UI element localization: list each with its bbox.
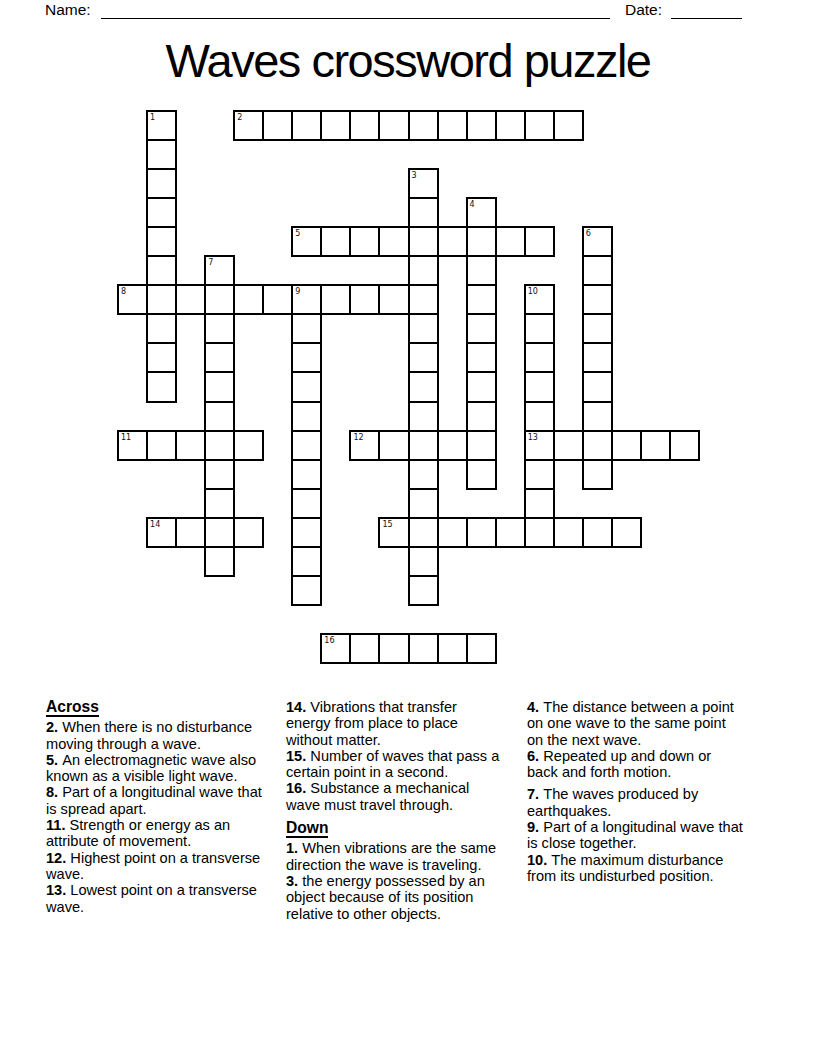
cell-r0c8[interactable] [349, 110, 380, 141]
cell-r18c9[interactable] [378, 633, 409, 664]
cell-r0c9[interactable] [378, 110, 409, 141]
cell-r12c6[interactable] [291, 459, 322, 490]
cell-r8c14[interactable] [524, 342, 555, 373]
clue-down-3: 3. the energy possessed by an object bec… [286, 873, 505, 922]
across-header: Across [46, 699, 265, 715]
name-label: Name: [45, 1, 91, 19]
clue-number-7: 7 [208, 258, 213, 267]
cell-r16c6[interactable] [291, 575, 322, 606]
clue-number-12: 12 [353, 433, 363, 442]
cell-r14c10[interactable] [408, 517, 439, 548]
cell-r0c15[interactable] [553, 110, 584, 141]
cell-r10c12[interactable] [466, 401, 497, 432]
cell-r13c3[interactable] [204, 488, 235, 519]
clues-column-3: 4. The distance between a point on one w… [527, 699, 746, 884]
cell-r11c4[interactable] [233, 430, 264, 461]
crossword-grid: 12345678910111213141516 [117, 110, 701, 665]
cell-r14c12[interactable] [466, 517, 497, 548]
cell-r11c12[interactable] [466, 430, 497, 461]
cell-r11c2[interactable] [175, 430, 206, 461]
cell-r3c10[interactable] [408, 197, 439, 228]
cell-r14c9[interactable]: 15 [378, 517, 409, 548]
cell-r0c13[interactable] [495, 110, 526, 141]
clue-number-3: 3 [412, 171, 417, 180]
cell-r9c16[interactable] [582, 371, 613, 402]
cell-r11c11[interactable] [437, 430, 468, 461]
name-line[interactable] [101, 0, 610, 19]
cell-r18c8[interactable] [349, 633, 380, 664]
cell-r0c11[interactable] [437, 110, 468, 141]
cell-r0c10[interactable] [408, 110, 439, 141]
cell-r13c10[interactable] [408, 488, 439, 519]
clue-number-13: 13 [528, 433, 538, 442]
date-line[interactable] [671, 0, 742, 19]
cell-r12c14[interactable] [524, 459, 555, 490]
cell-r0c7[interactable] [320, 110, 351, 141]
clue-across-5: 5. An electromagnetic wave also known as… [46, 752, 265, 785]
cell-r11c16[interactable] [582, 430, 613, 461]
cell-r9c6[interactable] [291, 371, 322, 402]
cell-r8c12[interactable] [466, 342, 497, 373]
cell-r9c3[interactable] [204, 371, 235, 402]
cell-r11c9[interactable] [378, 430, 409, 461]
cell-r18c7[interactable]: 16 [320, 633, 351, 664]
cell-r10c3[interactable] [204, 401, 235, 432]
cell-r10c14[interactable] [524, 401, 555, 432]
cell-r14c16[interactable] [582, 517, 613, 548]
cell-r4c7[interactable] [320, 226, 351, 257]
cell-r13c14[interactable] [524, 488, 555, 519]
cell-r14c1[interactable]: 14 [146, 517, 177, 548]
clue-down-9: 9. Part of a longitudinal wave that is c… [527, 819, 746, 852]
cell-r6c7[interactable] [320, 284, 351, 315]
cell-r18c12[interactable] [466, 633, 497, 664]
clue-down-10: 10. The maximum disturbance from its und… [527, 852, 746, 885]
clue-number-14: 14 [150, 520, 160, 529]
cell-r3c12[interactable]: 4 [466, 197, 497, 228]
cell-r14c13[interactable] [495, 517, 526, 548]
clue-down-6: 6. Repeated up and down or back and fort… [527, 748, 746, 781]
cell-r4c13[interactable] [495, 226, 526, 257]
cell-r11c14[interactable]: 13 [524, 430, 555, 461]
clue-down-1: 1. When vibrations are the same directio… [286, 840, 505, 873]
cell-r8c16[interactable] [582, 342, 613, 373]
cell-r4c12[interactable] [466, 226, 497, 257]
cell-r6c14[interactable]: 10 [524, 284, 555, 315]
cell-r15c6[interactable] [291, 546, 322, 577]
cell-r10c10[interactable] [408, 401, 439, 432]
down-header: Down [286, 820, 505, 836]
cell-r14c17[interactable] [611, 517, 642, 548]
clue-number-5: 5 [295, 229, 300, 238]
clue-across-12: 12. Highest point on a transverse wave. [46, 850, 265, 883]
cell-r7c6[interactable] [291, 313, 322, 344]
cell-r10c16[interactable] [582, 401, 613, 432]
cell-r6c12[interactable] [466, 284, 497, 315]
cell-r11c19[interactable] [669, 430, 700, 461]
cell-r2c1[interactable] [146, 168, 177, 199]
cell-r6c4[interactable] [233, 284, 264, 315]
cell-r6c5[interactable] [262, 284, 293, 315]
cell-r7c14[interactable] [524, 313, 555, 344]
cell-r14c14[interactable] [524, 517, 555, 548]
cell-r4c10[interactable] [408, 226, 439, 257]
cell-r11c8[interactable]: 12 [349, 430, 380, 461]
cell-r8c3[interactable] [204, 342, 235, 373]
cell-r9c12[interactable] [466, 371, 497, 402]
clue-number-2: 2 [237, 113, 242, 122]
clue-number-6: 6 [586, 229, 591, 238]
cell-r13c6[interactable] [291, 488, 322, 519]
cell-r5c1[interactable] [146, 255, 177, 286]
cell-r18c10[interactable] [408, 633, 439, 664]
cell-r14c11[interactable] [437, 517, 468, 548]
cell-r11c10[interactable] [408, 430, 439, 461]
cell-r6c10[interactable] [408, 284, 439, 315]
clue-number-10: 10 [528, 287, 538, 296]
cell-r0c5[interactable] [262, 110, 293, 141]
cell-r0c6[interactable] [291, 110, 322, 141]
cell-r6c8[interactable] [349, 284, 380, 315]
cell-r4c16[interactable]: 6 [582, 226, 613, 257]
cell-r9c14[interactable] [524, 371, 555, 402]
cell-r6c16[interactable] [582, 284, 613, 315]
cell-r12c10[interactable] [408, 459, 439, 490]
cell-r11c6[interactable] [291, 430, 322, 461]
cell-r11c3[interactable] [204, 430, 235, 461]
cell-r15c10[interactable] [408, 546, 439, 577]
cell-r14c15[interactable] [553, 517, 584, 548]
cell-r7c1[interactable] [146, 313, 177, 344]
cell-r15c3[interactable] [204, 546, 235, 577]
cell-r8c10[interactable] [408, 342, 439, 373]
clue-across-11: 11. Strength or energy as an attribute o… [46, 817, 265, 850]
cell-r12c16[interactable] [582, 459, 613, 490]
clue-number-1: 1 [150, 113, 155, 122]
clue-across-2: 2. When there is no disturbance moving t… [46, 719, 265, 752]
cell-r11c15[interactable] [553, 430, 584, 461]
cell-r8c1[interactable] [146, 342, 177, 373]
clue-number-16: 16 [324, 636, 334, 645]
cell-r6c0[interactable]: 8 [117, 284, 148, 315]
cell-r12c3[interactable] [204, 459, 235, 490]
cell-r11c1[interactable] [146, 430, 177, 461]
cell-r3c1[interactable] [146, 197, 177, 228]
cell-r12c12[interactable] [466, 459, 497, 490]
clue-across-14: 14. Vibrations that transfer energy from… [286, 699, 505, 748]
cell-r6c2[interactable] [175, 284, 206, 315]
clue-number-9: 9 [295, 287, 300, 296]
cell-r11c18[interactable] [640, 430, 671, 461]
cell-r7c10[interactable] [408, 313, 439, 344]
clue-number-15: 15 [382, 520, 392, 529]
cell-r6c1[interactable] [146, 284, 177, 315]
clue-across-16: 16. Substance a mechanical wave must tra… [286, 780, 505, 813]
clue-number-11: 11 [121, 433, 131, 442]
cell-r4c9[interactable] [378, 226, 409, 257]
cell-r0c4[interactable]: 2 [233, 110, 264, 141]
cell-r7c3[interactable] [204, 313, 235, 344]
clue-down-7: 7. The waves produced by earthquakes. [527, 786, 746, 819]
cell-r5c12[interactable] [466, 255, 497, 286]
cell-r4c6[interactable]: 5 [291, 226, 322, 257]
cell-r8c6[interactable] [291, 342, 322, 373]
clue-across-15: 15. Number of waves that pass a certain … [286, 748, 505, 781]
cell-r14c4[interactable] [233, 517, 264, 548]
cell-r1c1[interactable] [146, 139, 177, 170]
clue-across-13: 13. Lowest point on a transverse wave. [46, 882, 265, 915]
cell-r4c1[interactable] [146, 226, 177, 257]
cell-r7c12[interactable] [466, 313, 497, 344]
cell-r7c16[interactable] [582, 313, 613, 344]
cell-r2c10[interactable]: 3 [408, 168, 439, 199]
cell-r6c6[interactable]: 9 [291, 284, 322, 315]
cell-r10c6[interactable] [291, 401, 322, 432]
cell-r6c3[interactable] [204, 284, 235, 315]
clues-column-2: 14. Vibrations that transfer energy from… [286, 699, 505, 922]
cell-r4c8[interactable] [349, 226, 380, 257]
cell-r6c9[interactable] [378, 284, 409, 315]
clue-number-4: 4 [470, 200, 475, 209]
cell-r14c3[interactable] [204, 517, 235, 548]
page-title: Waves crossword puzzle [0, 33, 816, 88]
cell-r14c2[interactable] [175, 517, 206, 548]
date-label: Date: [625, 1, 662, 19]
cell-r11c0[interactable]: 11 [117, 430, 148, 461]
cell-r5c10[interactable] [408, 255, 439, 286]
cell-r4c11[interactable] [437, 226, 468, 257]
cell-r0c14[interactable] [524, 110, 555, 141]
clue-down-4: 4. The distance between a point on one w… [527, 699, 746, 748]
cell-r5c3[interactable]: 7 [204, 255, 235, 286]
cell-r9c10[interactable] [408, 371, 439, 402]
clue-across-8: 8. Part of a longitudinal wave that is s… [46, 784, 265, 817]
cell-r14c6[interactable] [291, 517, 322, 548]
cell-r5c16[interactable] [582, 255, 613, 286]
cell-r0c12[interactable] [466, 110, 497, 141]
cell-r4c14[interactable] [524, 226, 555, 257]
clues-column-1: Across2. When there is no disturbance mo… [46, 699, 265, 915]
cell-r9c1[interactable] [146, 371, 177, 402]
cell-r11c17[interactable] [611, 430, 642, 461]
clue-number-8: 8 [121, 287, 126, 296]
cell-r16c10[interactable] [408, 575, 439, 606]
cell-r18c11[interactable] [437, 633, 468, 664]
cell-r0c1[interactable]: 1 [146, 110, 177, 141]
